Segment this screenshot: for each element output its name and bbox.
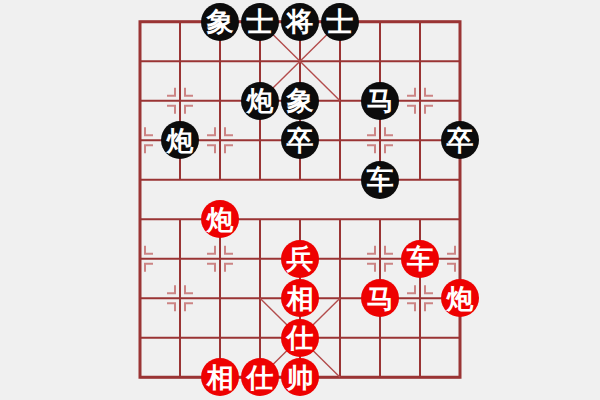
board-point[interactable]: 将 (280, 2, 320, 42)
board-point[interactable] (320, 200, 360, 240)
board-point[interactable] (200, 239, 240, 279)
board-point[interactable]: 仕 (240, 358, 280, 398)
board-point[interactable] (160, 239, 200, 279)
board-point[interactable]: 卒 (440, 121, 480, 161)
board-point[interactable] (120, 42, 160, 82)
board-point[interactable]: 马 (360, 81, 400, 121)
board-point[interactable] (360, 42, 400, 82)
board-point[interactable] (400, 81, 440, 121)
board-point[interactable] (440, 2, 480, 42)
board-point[interactable]: 相 (280, 279, 320, 319)
board-point[interactable] (280, 160, 320, 200)
board-point[interactable]: 帅 (280, 358, 320, 398)
board-point[interactable] (240, 239, 280, 279)
board-point[interactable] (160, 42, 200, 82)
board-point[interactable]: 士 (240, 2, 280, 42)
board-point[interactable] (320, 239, 360, 279)
board-point[interactable] (120, 160, 160, 200)
board-point[interactable] (120, 121, 160, 161)
board-point[interactable]: 象 (280, 81, 320, 121)
board-point[interactable] (200, 121, 240, 161)
board-point[interactable] (240, 42, 280, 82)
board-point[interactable] (440, 318, 480, 358)
board-point[interactable]: 车 (360, 160, 400, 200)
board-point[interactable] (440, 42, 480, 82)
piece-red-elephant[interactable]: 相 (281, 279, 319, 317)
board-point[interactable] (400, 42, 440, 82)
board-point[interactable]: 仕 (280, 318, 320, 358)
board-point[interactable]: 士 (320, 2, 360, 42)
board-point[interactable] (440, 160, 480, 200)
piece-black-elephant[interactable]: 象 (201, 3, 239, 41)
board-point[interactable] (160, 318, 200, 358)
board-point[interactable] (160, 160, 200, 200)
board-point[interactable] (280, 42, 320, 82)
piece-red-cannon[interactable]: 炮 (201, 200, 239, 238)
board-point[interactable] (320, 121, 360, 161)
board-point[interactable] (400, 121, 440, 161)
board-point[interactable] (320, 42, 360, 82)
board-point[interactable] (440, 200, 480, 240)
board-point[interactable] (120, 239, 160, 279)
board-point[interactable] (400, 2, 440, 42)
piece-red-cannon[interactable]: 炮 (441, 279, 479, 317)
board-point[interactable] (440, 81, 480, 121)
board-point[interactable]: 车 (400, 239, 440, 279)
board-point[interactable] (400, 279, 440, 319)
board-point[interactable] (360, 200, 400, 240)
piece-black-general[interactable]: 将 (281, 3, 319, 41)
board-point[interactable] (200, 279, 240, 319)
board-point[interactable] (280, 200, 320, 240)
board-point[interactable]: 炮 (160, 121, 200, 161)
board-point[interactable] (240, 200, 280, 240)
piece-black-cannon[interactable]: 炮 (241, 82, 279, 120)
piece-red-elephant[interactable]: 相 (201, 358, 239, 396)
board-point[interactable] (200, 81, 240, 121)
board-points: 象士将士炮象马炮卒卒车炮兵车相马炮仕相仕帅 (120, 2, 480, 397)
board-point[interactable] (320, 279, 360, 319)
board-point[interactable] (320, 160, 360, 200)
board-point[interactable] (200, 42, 240, 82)
board-point[interactable] (120, 318, 160, 358)
board-point[interactable] (240, 160, 280, 200)
board-point[interactable] (160, 81, 200, 121)
board-point[interactable]: 象 (200, 2, 240, 42)
piece-black-soldier[interactable]: 卒 (441, 121, 479, 159)
board-point[interactable] (440, 239, 480, 279)
piece-red-general[interactable]: 帅 (281, 358, 319, 396)
board-point[interactable] (320, 358, 360, 398)
piece-red-advisor[interactable]: 仕 (281, 319, 319, 357)
board-point[interactable]: 马 (360, 279, 400, 319)
board-point[interactable] (240, 318, 280, 358)
board-point[interactable] (120, 81, 160, 121)
piece-red-horse[interactable]: 马 (361, 279, 399, 317)
piece-red-chariot[interactable]: 车 (401, 240, 439, 278)
piece-black-cannon[interactable]: 炮 (161, 121, 199, 159)
board-point[interactable] (200, 318, 240, 358)
board-point[interactable]: 炮 (440, 279, 480, 319)
piece-black-advisor[interactable]: 士 (321, 3, 359, 41)
board-point[interactable] (160, 2, 200, 42)
board-point[interactable]: 炮 (200, 200, 240, 240)
board-point[interactable] (400, 200, 440, 240)
board-point[interactable]: 兵 (280, 239, 320, 279)
board-point[interactable] (360, 121, 400, 161)
board-point[interactable] (320, 318, 360, 358)
board-point[interactable] (120, 200, 160, 240)
piece-black-advisor[interactable]: 士 (241, 3, 279, 41)
board-point[interactable] (320, 81, 360, 121)
board-point[interactable] (160, 358, 200, 398)
board-point[interactable] (400, 318, 440, 358)
board-point[interactable] (240, 121, 280, 161)
piece-black-elephant[interactable]: 象 (281, 82, 319, 120)
board-point[interactable] (200, 160, 240, 200)
piece-black-horse[interactable]: 马 (361, 82, 399, 120)
board-point[interactable]: 相 (200, 358, 240, 398)
board-point[interactable] (360, 2, 400, 42)
board-point[interactable] (360, 358, 400, 398)
board-point[interactable] (120, 2, 160, 42)
board-point[interactable] (120, 358, 160, 398)
board-point[interactable] (400, 160, 440, 200)
board-point[interactable] (160, 279, 200, 319)
piece-black-soldier[interactable]: 卒 (281, 121, 319, 159)
xiangqi-board: 象士将士炮象马炮卒卒车炮兵车相马炮仕相仕帅 (120, 2, 480, 397)
board-point[interactable]: 炮 (240, 81, 280, 121)
screen: { "game": "xiangqi", "position": { "fen"… (0, 0, 600, 400)
piece-black-chariot[interactable]: 车 (361, 161, 399, 199)
board-point[interactable] (400, 358, 440, 398)
piece-red-soldier[interactable]: 兵 (281, 240, 319, 278)
board-point[interactable]: 卒 (280, 121, 320, 161)
board-point[interactable] (440, 358, 480, 398)
board-point[interactable] (360, 239, 400, 279)
board-point[interactable] (120, 279, 160, 319)
board-point[interactable] (160, 200, 200, 240)
board-point[interactable] (360, 318, 400, 358)
piece-red-advisor[interactable]: 仕 (241, 358, 279, 396)
board-point[interactable] (240, 279, 280, 319)
